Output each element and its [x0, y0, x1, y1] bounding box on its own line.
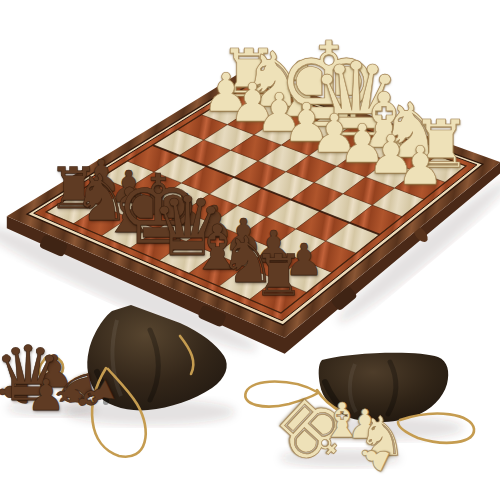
loose-dark-pawn-4: ♟	[27, 374, 66, 417]
chess-set-product-photo: Folding magnetic travel chess set: wood-…	[0, 0, 500, 500]
piece-black-rook-a8: ♜	[253, 247, 304, 304]
piece-white-pawn-a2: ♟	[396, 140, 444, 193]
